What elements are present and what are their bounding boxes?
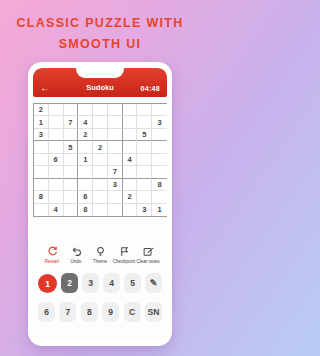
numpad-SN-button[interactable]: SN: [145, 302, 162, 322]
sudoku-cell-r5c3[interactable]: [64, 154, 79, 166]
theme-label: Theme: [93, 259, 107, 264]
sudoku-cell-r1c8[interactable]: [137, 104, 152, 116]
sudoku-cell-r6c4[interactable]: [78, 166, 93, 178]
numpad-row1: 12345✎: [33, 273, 167, 293]
restart-icon: [47, 246, 58, 257]
promo-title-line1: CLASSIC PUZZLE WITH: [0, 13, 200, 34]
numpad-5-button[interactable]: 5: [124, 273, 141, 293]
bulb-icon: [95, 246, 106, 257]
sudoku-cell-r2c2[interactable]: [49, 116, 64, 128]
sudoku-cell-r5c4[interactable]: 1: [78, 154, 93, 166]
numpad-2-button[interactable]: 2: [61, 273, 78, 293]
sudoku-cell-r9c9[interactable]: 1: [152, 204, 167, 216]
sudoku-cell-r6c8[interactable]: [137, 166, 152, 178]
promo-title-line2: SMOOTH UI: [0, 34, 200, 55]
sudoku-cell-r9c8[interactable]: 3: [137, 204, 152, 216]
sudoku-cell-r4c4[interactable]: [78, 141, 93, 153]
sudoku-cell-r7c9[interactable]: 8: [152, 179, 167, 191]
sudoku-cell-r3c9[interactable]: [152, 129, 167, 141]
sudoku-cell-r2c3[interactable]: 7: [64, 116, 79, 128]
sudoku-cell-r4c9[interactable]: [152, 141, 167, 153]
toolbar: Restart Undo Theme Checkpoint Clear note…: [33, 246, 167, 264]
sudoku-cell-r6c6[interactable]: 7: [108, 166, 123, 178]
sudoku-cell-r1c2[interactable]: [49, 104, 64, 116]
sudoku-cell-r6c1[interactable]: [34, 166, 49, 178]
sudoku-cell-r1c9[interactable]: [152, 104, 167, 116]
sudoku-cell-r8c5[interactable]: [93, 191, 108, 203]
numpad-3-button[interactable]: 3: [82, 273, 99, 293]
numpad-1-button[interactable]: 1: [38, 274, 57, 293]
numpad-7-button[interactable]: 7: [59, 302, 76, 322]
sudoku-cell-r5c7[interactable]: 4: [123, 154, 138, 166]
sudoku-cell-r3c3[interactable]: [64, 129, 79, 141]
numpad-C-button[interactable]: C: [124, 302, 141, 322]
pencil-icon: ✎: [150, 278, 158, 288]
sudoku-cell-r5c9[interactable]: [152, 154, 167, 166]
clear-notes-button[interactable]: Clear notes: [136, 246, 160, 264]
sudoku-cell-r3c5[interactable]: [93, 129, 108, 141]
sudoku-cell-r3c2[interactable]: [49, 129, 64, 141]
sudoku-cell-r1c4[interactable]: [78, 104, 93, 116]
sudoku-cell-r3c8[interactable]: 5: [137, 129, 152, 141]
sudoku-cell-r7c6[interactable]: 3: [108, 179, 123, 191]
promo-title: CLASSIC PUZZLE WITH SMOOTH UI: [0, 13, 200, 55]
sudoku-cell-r8c9[interactable]: [152, 191, 167, 203]
sudoku-cell-r5c8[interactable]: [137, 154, 152, 166]
numpad-row2: 6789CSN: [33, 302, 167, 322]
sudoku-cell-r6c2[interactable]: [49, 166, 64, 178]
sudoku-cell-r6c3[interactable]: [64, 166, 79, 178]
promo-screenshot: { "game": "sudoku", "position": "2000000…: [0, 0, 200, 356]
sudoku-board[interactable]: 21743325526147388624831: [33, 103, 167, 217]
sudoku-cell-r9c6[interactable]: [108, 204, 123, 216]
numpad-9-button[interactable]: 9: [102, 302, 119, 322]
sudoku-cell-r2c1[interactable]: 1: [34, 116, 49, 128]
sudoku-cell-r2c7[interactable]: [123, 116, 138, 128]
sudoku-cell-r4c6[interactable]: [108, 141, 123, 153]
sudoku-cell-r4c3[interactable]: 5: [64, 141, 79, 153]
flag-icon: [119, 246, 130, 257]
sudoku-cell-r1c6[interactable]: [108, 104, 123, 116]
phone-mockup: ← Sudoku 04:48 21743325526147388624831 R…: [28, 62, 172, 346]
sudoku-cell-r5c2[interactable]: 6: [49, 154, 64, 166]
sudoku-cell-r8c1[interactable]: 8: [34, 191, 49, 203]
sudoku-cell-r6c7[interactable]: [123, 166, 138, 178]
sudoku-cell-r1c3[interactable]: [64, 104, 79, 116]
checkpoint-button[interactable]: Checkpoint: [112, 246, 136, 264]
sudoku-cell-r1c5[interactable]: [93, 104, 108, 116]
sudoku-cell-r8c4[interactable]: 6: [78, 191, 93, 203]
app-screen: ← Sudoku 04:48 21743325526147388624831 R…: [33, 68, 167, 340]
sudoku-cell-r4c7[interactable]: [123, 141, 138, 153]
numpad-6-button[interactable]: 6: [38, 302, 55, 322]
sudoku-cell-r7c7[interactable]: [123, 179, 138, 191]
edit-icon: [143, 246, 154, 257]
sudoku-cell-r9c4[interactable]: 8: [78, 204, 93, 216]
sudoku-cell-r9c1[interactable]: [34, 204, 49, 216]
sudoku-cell-r5c6[interactable]: [108, 154, 123, 166]
sudoku-cell-r3c1[interactable]: 3: [34, 129, 49, 141]
sudoku-cell-r9c5[interactable]: [93, 204, 108, 216]
numpad-4-button[interactable]: 4: [103, 273, 120, 293]
numpad-pencil-button[interactable]: ✎: [145, 273, 162, 293]
sudoku-cell-r3c4[interactable]: 2: [78, 129, 93, 141]
sudoku-cell-r2c6[interactable]: [108, 116, 123, 128]
sudoku-cell-r2c4[interactable]: 4: [78, 116, 93, 128]
sudoku-cell-r2c8[interactable]: [137, 116, 152, 128]
sudoku-cell-r5c1[interactable]: [34, 154, 49, 166]
sudoku-cell-r8c7[interactable]: 2: [123, 191, 138, 203]
theme-button[interactable]: Theme: [88, 246, 112, 264]
sudoku-cell-r4c2[interactable]: [49, 141, 64, 153]
sudoku-cell-r7c8[interactable]: [137, 179, 152, 191]
sudoku-cell-r6c5[interactable]: [93, 166, 108, 178]
sudoku-cell-r7c2[interactable]: [49, 179, 64, 191]
sudoku-cell-r7c3[interactable]: [64, 179, 79, 191]
sudoku-cell-r8c6[interactable]: [108, 191, 123, 203]
sudoku-cell-r4c8[interactable]: [137, 141, 152, 153]
sudoku-cell-r3c6[interactable]: [108, 129, 123, 141]
sudoku-cell-r4c5[interactable]: 2: [93, 141, 108, 153]
sudoku-cell-r2c5[interactable]: [93, 116, 108, 128]
sudoku-cell-r7c5[interactable]: [93, 179, 108, 191]
sudoku-cell-r8c2[interactable]: [49, 191, 64, 203]
sudoku-cell-r9c7[interactable]: [123, 204, 138, 216]
sudoku-cell-r7c4[interactable]: [78, 179, 93, 191]
sudoku-cell-r7c1[interactable]: [34, 179, 49, 191]
checkpoint-label: Checkpoint: [113, 259, 136, 264]
page-title: Sudoku: [33, 83, 167, 92]
clear-notes-label: Clear notes: [136, 259, 159, 264]
sudoku-cell-r6c9[interactable]: [152, 166, 167, 178]
sudoku-cell-r5c5[interactable]: [93, 154, 108, 166]
sudoku-cell-r4c1[interactable]: [34, 141, 49, 153]
undo-button[interactable]: Undo: [64, 246, 88, 264]
sudoku-cell-r1c1[interactable]: 2: [34, 104, 49, 116]
sudoku-cell-r9c2[interactable]: 4: [49, 204, 64, 216]
undo-label: Undo: [71, 259, 82, 264]
sudoku-cell-r8c8[interactable]: [137, 191, 152, 203]
undo-icon: [71, 246, 82, 257]
app-header: ← Sudoku 04:48: [33, 68, 167, 97]
sudoku-cell-r2c9[interactable]: 3: [152, 116, 167, 128]
sudoku-cell-r3c7[interactable]: [123, 129, 138, 141]
numpad-8-button[interactable]: 8: [81, 302, 98, 322]
phone-notch: [76, 68, 124, 78]
sudoku-cell-r1c7[interactable]: [123, 104, 138, 116]
restart-label: Restart: [45, 259, 60, 264]
sudoku-cell-r8c3[interactable]: [64, 191, 79, 203]
sudoku-cell-r9c3[interactable]: [64, 204, 79, 216]
restart-button[interactable]: Restart: [40, 246, 64, 264]
